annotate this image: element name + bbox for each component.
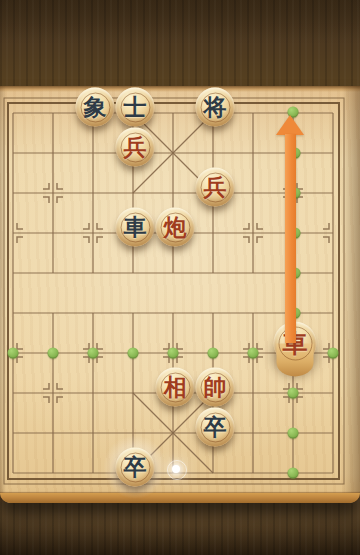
touch-marker	[164, 457, 188, 481]
game-table: 象士将兵兵車炮車相帥卒卒	[0, 0, 360, 555]
touch-marker-core	[172, 465, 180, 473]
touch-marker-layer	[0, 0, 360, 555]
